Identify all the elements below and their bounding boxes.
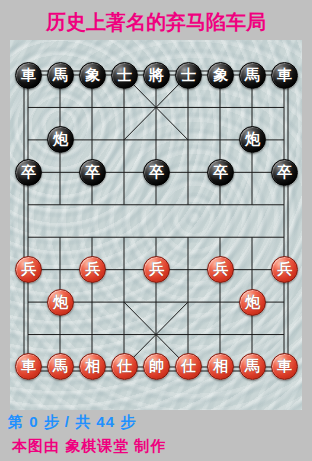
credit-text: 本图由 象棋课堂 制作 [12, 437, 166, 456]
piece-black-cannon[interactable]: 炮 [239, 126, 266, 153]
piece-red-elephant[interactable]: 相 [207, 353, 234, 380]
piece-black-soldier[interactable]: 卒 [207, 159, 234, 186]
piece-black-chariot[interactable]: 車 [15, 62, 42, 89]
piece-black-soldier[interactable]: 卒 [15, 159, 42, 186]
piece-black-general[interactable]: 將 [143, 62, 170, 89]
piece-black-soldier[interactable]: 卒 [79, 159, 106, 186]
piece-black-soldier[interactable]: 卒 [143, 159, 170, 186]
piece-black-advisor[interactable]: 士 [111, 62, 138, 89]
piece-red-soldier[interactable]: 兵 [207, 256, 234, 283]
piece-red-chariot[interactable]: 車 [271, 353, 298, 380]
piece-black-elephant[interactable]: 象 [79, 62, 106, 89]
piece-red-cannon[interactable]: 炮 [47, 289, 74, 316]
xiangqi-board[interactable]: 車馬象士將士象馬車炮炮卒卒卒卒卒兵兵兵兵兵炮炮車馬相仕帥仕相馬車 [10, 40, 302, 410]
piece-black-advisor[interactable]: 士 [175, 62, 202, 89]
page-title: 历史上著名的弃马陷车局 [0, 9, 312, 35]
piece-red-soldier[interactable]: 兵 [143, 256, 170, 283]
xiangqi-app: 历史上著名的弃马陷车局 車馬象士將士象馬車炮炮卒卒卒卒卒兵兵兵兵兵炮炮車馬相仕帥… [0, 0, 312, 461]
piece-black-elephant[interactable]: 象 [207, 62, 234, 89]
piece-red-soldier[interactable]: 兵 [271, 256, 298, 283]
piece-black-chariot[interactable]: 車 [271, 62, 298, 89]
piece-red-soldier[interactable]: 兵 [15, 256, 42, 283]
piece-red-soldier[interactable]: 兵 [79, 256, 106, 283]
piece-red-cannon[interactable]: 炮 [239, 289, 266, 316]
piece-red-elephant[interactable]: 相 [79, 353, 106, 380]
piece-red-general[interactable]: 帥 [143, 353, 170, 380]
piece-red-chariot[interactable]: 車 [15, 353, 42, 380]
piece-black-soldier[interactable]: 卒 [271, 159, 298, 186]
piece-red-horse[interactable]: 馬 [47, 353, 74, 380]
piece-red-advisor[interactable]: 仕 [175, 353, 202, 380]
piece-red-advisor[interactable]: 仕 [111, 353, 138, 380]
piece-black-cannon[interactable]: 炮 [47, 126, 74, 153]
piece-black-horse[interactable]: 馬 [239, 62, 266, 89]
piece-black-horse[interactable]: 馬 [47, 62, 74, 89]
move-counter: 第 0 步 / 共 44 步 [8, 413, 136, 432]
piece-red-horse[interactable]: 馬 [239, 353, 266, 380]
